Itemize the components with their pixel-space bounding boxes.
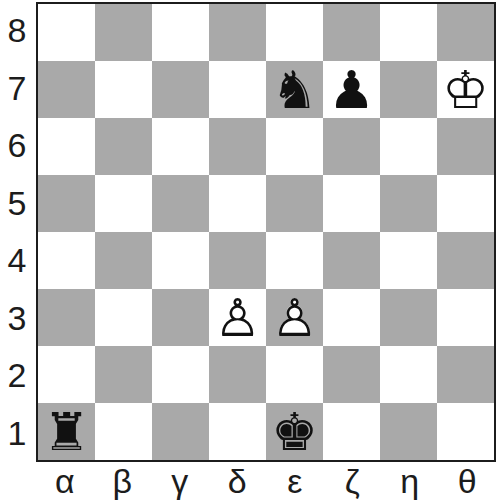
file-label-delta: δ xyxy=(209,462,267,500)
square-b5[interactable] xyxy=(95,175,152,232)
file-label-eta: η xyxy=(381,462,439,500)
square-h5[interactable] xyxy=(437,175,494,232)
square-b2[interactable] xyxy=(95,346,152,403)
file-label-theta: θ xyxy=(439,462,497,500)
chess-board: ♞♟♚♔♟♙♟♙♜♚ xyxy=(36,2,496,462)
square-g5[interactable] xyxy=(380,175,437,232)
square-a6[interactable] xyxy=(38,118,95,175)
square-a3[interactable] xyxy=(38,289,95,346)
square-d4[interactable] xyxy=(209,232,266,289)
square-c1[interactable] xyxy=(152,403,209,460)
square-f2[interactable] xyxy=(323,346,380,403)
square-g1[interactable] xyxy=(380,403,437,460)
square-d1[interactable] xyxy=(209,403,266,460)
black-king[interactable]: ♚ xyxy=(266,403,323,460)
square-h3[interactable] xyxy=(437,289,494,346)
square-a4[interactable] xyxy=(38,232,95,289)
square-c5[interactable] xyxy=(152,175,209,232)
square-d7[interactable] xyxy=(209,61,266,118)
file-label-zeta: ζ xyxy=(324,462,382,500)
square-a7[interactable] xyxy=(38,61,95,118)
file-label-beta: β xyxy=(94,462,152,500)
square-f6[interactable] xyxy=(323,118,380,175)
white-pawn-outline: ♙ xyxy=(266,289,323,346)
square-e8[interactable] xyxy=(266,4,323,61)
square-g3[interactable] xyxy=(380,289,437,346)
square-g8[interactable] xyxy=(380,4,437,61)
square-h4[interactable] xyxy=(437,232,494,289)
square-e3[interactable]: ♟♙ xyxy=(266,289,323,346)
chess-diagram: 87654321 ♞♟♚♔♟♙♟♙♜♚ αβγδεζηθ xyxy=(0,0,500,500)
square-c4[interactable] xyxy=(152,232,209,289)
square-f7[interactable]: ♟ xyxy=(323,61,380,118)
square-e6[interactable] xyxy=(266,118,323,175)
square-f4[interactable] xyxy=(323,232,380,289)
rank-label-2: 2 xyxy=(0,347,34,405)
square-c6[interactable] xyxy=(152,118,209,175)
rank-label-6: 6 xyxy=(0,117,34,175)
square-c7[interactable] xyxy=(152,61,209,118)
black-king-glyph: ♚ xyxy=(266,403,323,460)
rank-labels: 87654321 xyxy=(0,2,34,462)
black-rook[interactable]: ♜ xyxy=(38,403,95,460)
square-h1[interactable] xyxy=(437,403,494,460)
square-d2[interactable] xyxy=(209,346,266,403)
square-e4[interactable] xyxy=(266,232,323,289)
black-rook-glyph: ♜ xyxy=(38,403,95,460)
square-h2[interactable] xyxy=(437,346,494,403)
square-e5[interactable] xyxy=(266,175,323,232)
square-a2[interactable] xyxy=(38,346,95,403)
square-a5[interactable] xyxy=(38,175,95,232)
square-e1[interactable]: ♚ xyxy=(266,403,323,460)
black-knight[interactable]: ♞ xyxy=(266,61,323,118)
square-g4[interactable] xyxy=(380,232,437,289)
square-e7[interactable]: ♞ xyxy=(266,61,323,118)
square-d6[interactable] xyxy=(209,118,266,175)
square-f8[interactable] xyxy=(323,4,380,61)
white-king-outline: ♔ xyxy=(437,61,494,118)
square-b8[interactable] xyxy=(95,4,152,61)
square-a1[interactable]: ♜ xyxy=(38,403,95,460)
square-f1[interactable] xyxy=(323,403,380,460)
square-c8[interactable] xyxy=(152,4,209,61)
square-b6[interactable] xyxy=(95,118,152,175)
black-pawn[interactable]: ♟ xyxy=(323,61,380,118)
square-d8[interactable] xyxy=(209,4,266,61)
square-e2[interactable] xyxy=(266,346,323,403)
square-f5[interactable] xyxy=(323,175,380,232)
square-c3[interactable] xyxy=(152,289,209,346)
square-g6[interactable] xyxy=(380,118,437,175)
file-label-epsilon: ε xyxy=(266,462,324,500)
square-g2[interactable] xyxy=(380,346,437,403)
square-b4[interactable] xyxy=(95,232,152,289)
square-b1[interactable] xyxy=(95,403,152,460)
square-d3[interactable]: ♟♙ xyxy=(209,289,266,346)
white-pawn[interactable]: ♟♙ xyxy=(266,289,323,346)
rank-label-1: 1 xyxy=(0,405,34,463)
rank-label-3: 3 xyxy=(0,290,34,348)
black-pawn-glyph: ♟ xyxy=(323,61,380,118)
square-h7[interactable]: ♚♔ xyxy=(437,61,494,118)
file-labels: αβγδεζηθ xyxy=(36,462,496,500)
white-pawn[interactable]: ♟♙ xyxy=(209,289,266,346)
square-d5[interactable] xyxy=(209,175,266,232)
rank-label-5: 5 xyxy=(0,175,34,233)
file-label-alpha: α xyxy=(36,462,94,500)
black-knight-glyph: ♞ xyxy=(266,61,323,118)
square-b3[interactable] xyxy=(95,289,152,346)
square-b7[interactable] xyxy=(95,61,152,118)
square-f3[interactable] xyxy=(323,289,380,346)
rank-label-7: 7 xyxy=(0,60,34,118)
square-c2[interactable] xyxy=(152,346,209,403)
square-h6[interactable] xyxy=(437,118,494,175)
white-king[interactable]: ♚♔ xyxy=(437,61,494,118)
white-pawn-outline: ♙ xyxy=(209,289,266,346)
rank-label-4: 4 xyxy=(0,232,34,290)
square-g7[interactable] xyxy=(380,61,437,118)
rank-label-8: 8 xyxy=(0,2,34,60)
file-label-gamma: γ xyxy=(151,462,209,500)
square-h8[interactable] xyxy=(437,4,494,61)
square-a8[interactable] xyxy=(38,4,95,61)
